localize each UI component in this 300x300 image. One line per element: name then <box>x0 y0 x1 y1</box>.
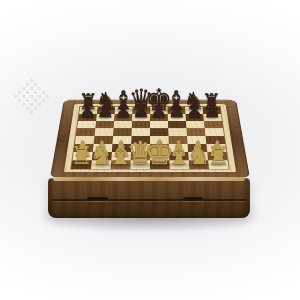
square-c2 <box>111 152 131 160</box>
square-d2 <box>131 152 150 160</box>
square-c3 <box>112 144 131 152</box>
square-g6 <box>186 121 205 128</box>
square-a1 <box>71 160 92 169</box>
square-h4 <box>206 136 226 144</box>
square-f4 <box>169 136 188 144</box>
square-h5 <box>205 128 224 136</box>
square-b8 <box>97 107 115 114</box>
square-g1 <box>189 160 209 169</box>
square-b1 <box>91 160 111 169</box>
square-a6 <box>77 121 96 128</box>
board-maple-border <box>64 104 236 172</box>
square-d6 <box>132 121 150 128</box>
square-a8 <box>79 107 97 114</box>
clasp-slot-left <box>87 197 108 201</box>
product-photo: ♜♞♝♛♚♝♞♜♟♟♟♟♟♟♟♟♟♟♟♟♟♟♟♟♜♞♝♛♚♝♞♜ <box>0 0 300 300</box>
square-e1 <box>150 160 170 169</box>
square-d3 <box>131 144 150 152</box>
box-front <box>48 178 250 218</box>
square-b3 <box>93 144 113 152</box>
square-f1 <box>169 160 189 169</box>
square-f6 <box>168 121 186 128</box>
square-e5 <box>150 128 169 136</box>
square-a5 <box>76 128 95 136</box>
square-h6 <box>204 121 223 128</box>
square-e6 <box>150 121 168 128</box>
square-e8 <box>150 107 168 114</box>
square-f7 <box>168 114 186 121</box>
square-g4 <box>187 136 206 144</box>
square-c8 <box>115 107 133 114</box>
square-e3 <box>150 144 169 152</box>
square-d5 <box>131 128 150 136</box>
square-a7 <box>78 114 97 121</box>
chess-box <box>50 0 250 178</box>
square-h8 <box>202 107 220 114</box>
square-e7 <box>150 114 168 121</box>
square-c5 <box>113 128 132 136</box>
square-g3 <box>188 144 208 152</box>
square-g5 <box>186 128 205 136</box>
chess-board-frame <box>50 100 250 178</box>
square-c1 <box>111 160 131 169</box>
square-d4 <box>131 136 150 144</box>
square-f5 <box>168 128 187 136</box>
square-g2 <box>188 152 208 160</box>
square-b7 <box>96 114 114 121</box>
square-c6 <box>114 121 132 128</box>
square-b6 <box>95 121 114 128</box>
square-h2 <box>207 152 227 160</box>
square-b4 <box>94 136 113 144</box>
square-a2 <box>73 152 93 160</box>
square-a4 <box>75 136 95 144</box>
board-squares <box>71 107 228 169</box>
box-lid-seam <box>52 199 246 201</box>
square-b5 <box>94 128 113 136</box>
square-f8 <box>167 107 185 114</box>
clasp-slot-right <box>183 197 203 201</box>
square-e4 <box>150 136 169 144</box>
square-g7 <box>185 114 203 121</box>
square-h1 <box>208 160 229 169</box>
square-d1 <box>130 160 150 169</box>
square-g8 <box>185 107 203 114</box>
square-f3 <box>169 144 188 152</box>
square-a3 <box>74 144 94 152</box>
square-h3 <box>206 144 226 152</box>
square-f2 <box>169 152 189 160</box>
square-d7 <box>132 114 150 121</box>
square-h7 <box>203 114 222 121</box>
square-c4 <box>112 136 131 144</box>
square-e2 <box>150 152 169 160</box>
watermark-logo <box>9 72 55 120</box>
square-b2 <box>92 152 112 160</box>
square-c7 <box>114 114 132 121</box>
square-d8 <box>132 107 150 114</box>
